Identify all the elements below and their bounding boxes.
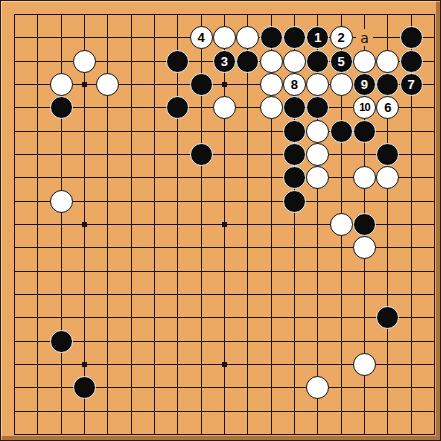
move-number: 6 bbox=[384, 101, 391, 114]
go-board[interactable]: 12345678910a bbox=[0, 0, 441, 441]
white-stone bbox=[330, 213, 353, 236]
move-number: 3 bbox=[221, 55, 228, 68]
move-number: 9 bbox=[361, 78, 368, 91]
move-number: 7 bbox=[408, 78, 415, 91]
white-stone bbox=[73, 50, 96, 73]
black-stone bbox=[190, 143, 213, 166]
black-stone bbox=[190, 73, 213, 96]
white-stone bbox=[260, 96, 283, 119]
black-stone bbox=[166, 50, 189, 73]
black-stone bbox=[353, 120, 376, 143]
black-stone bbox=[330, 120, 353, 143]
star-point bbox=[82, 222, 87, 227]
move-number: 5 bbox=[338, 55, 345, 68]
black-stone bbox=[50, 96, 73, 119]
move-8-white-stone: 8 bbox=[283, 73, 306, 96]
move-7-black-stone: 7 bbox=[400, 73, 423, 96]
star-point bbox=[82, 362, 87, 367]
white-stone bbox=[50, 190, 73, 213]
black-stone bbox=[400, 50, 423, 73]
black-stone bbox=[353, 213, 376, 236]
black-stone bbox=[283, 190, 306, 213]
black-stone bbox=[283, 120, 306, 143]
star-point bbox=[222, 362, 227, 367]
star-point bbox=[222, 82, 227, 87]
white-stone bbox=[353, 50, 376, 73]
move-2-white-stone: 2 bbox=[330, 26, 353, 49]
star-point bbox=[82, 82, 87, 87]
white-stone bbox=[50, 73, 73, 96]
move-number: 8 bbox=[291, 78, 298, 91]
black-stone bbox=[50, 330, 73, 353]
move-5-black-stone: 5 bbox=[330, 50, 353, 73]
black-stone bbox=[306, 50, 329, 73]
white-stone bbox=[330, 73, 353, 96]
white-stone bbox=[283, 50, 306, 73]
black-stone bbox=[260, 26, 283, 49]
white-stone bbox=[306, 120, 329, 143]
black-stone bbox=[236, 50, 259, 73]
move-number: 4 bbox=[198, 31, 205, 44]
white-stone bbox=[353, 353, 376, 376]
move-number: 1 bbox=[314, 31, 321, 44]
black-stone bbox=[400, 26, 423, 49]
go-diagram: 12345678910a bbox=[0, 0, 441, 441]
move-number: 10 bbox=[359, 102, 369, 113]
move-9-black-stone: 9 bbox=[353, 73, 376, 96]
move-3-black-stone: 3 bbox=[213, 50, 236, 73]
move-4-white-stone: 4 bbox=[190, 26, 213, 49]
star-point bbox=[222, 222, 227, 227]
black-stone bbox=[283, 143, 306, 166]
white-stone bbox=[376, 50, 399, 73]
point-label-a: a bbox=[356, 29, 373, 46]
white-stone bbox=[260, 73, 283, 96]
white-stone bbox=[260, 50, 283, 73]
move-number: 2 bbox=[338, 31, 345, 44]
